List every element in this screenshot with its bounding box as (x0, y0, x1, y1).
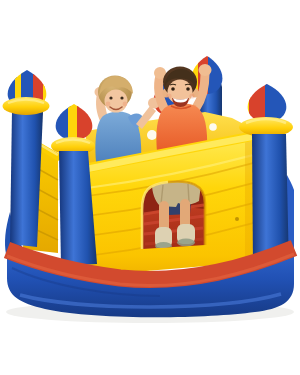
right-child-right-fist (199, 64, 212, 76)
screenshot-canvas (0, 0, 300, 375)
door-opening (140, 179, 208, 251)
air-valve (235, 217, 239, 221)
bouncy-castle-photo (0, 0, 300, 375)
product-photo-illustration (0, 0, 300, 375)
